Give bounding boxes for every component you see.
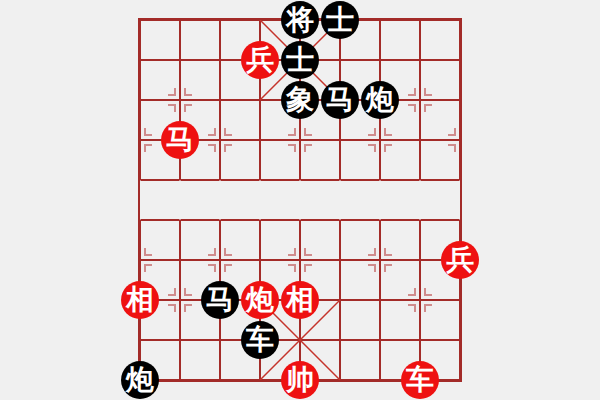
board-piece[interactable]: 兵	[241, 41, 279, 79]
xiangqi-app: 将士兵士象马炮马兵相马炮相车炮帅车	[0, 0, 600, 400]
board-piece[interactable]: 马	[201, 281, 239, 319]
board-piece[interactable]: 炮	[361, 81, 399, 119]
board-piece[interactable]: 相	[281, 281, 319, 319]
board-piece[interactable]: 兵	[441, 241, 479, 279]
board-piece[interactable]: 帅	[281, 361, 319, 399]
board-piece[interactable]: 象	[281, 81, 319, 119]
board-piece[interactable]: 炮	[121, 361, 159, 399]
board-piece[interactable]: 将	[281, 1, 319, 39]
xiangqi-board: 将士兵士象马炮马兵相马炮相车炮帅车	[138, 18, 462, 382]
board-piece[interactable]: 炮	[241, 281, 279, 319]
board-piece[interactable]: 士	[321, 1, 359, 39]
board-piece[interactable]: 车	[241, 321, 279, 359]
board-piece[interactable]: 马	[161, 121, 199, 159]
board-piece[interactable]: 相	[121, 281, 159, 319]
board-piece[interactable]: 车	[401, 361, 439, 399]
board-piece[interactable]: 士	[281, 41, 319, 79]
board-piece[interactable]: 马	[321, 81, 359, 119]
pieces-layer: 将士兵士象马炮马兵相马炮相车炮帅车	[140, 20, 460, 380]
